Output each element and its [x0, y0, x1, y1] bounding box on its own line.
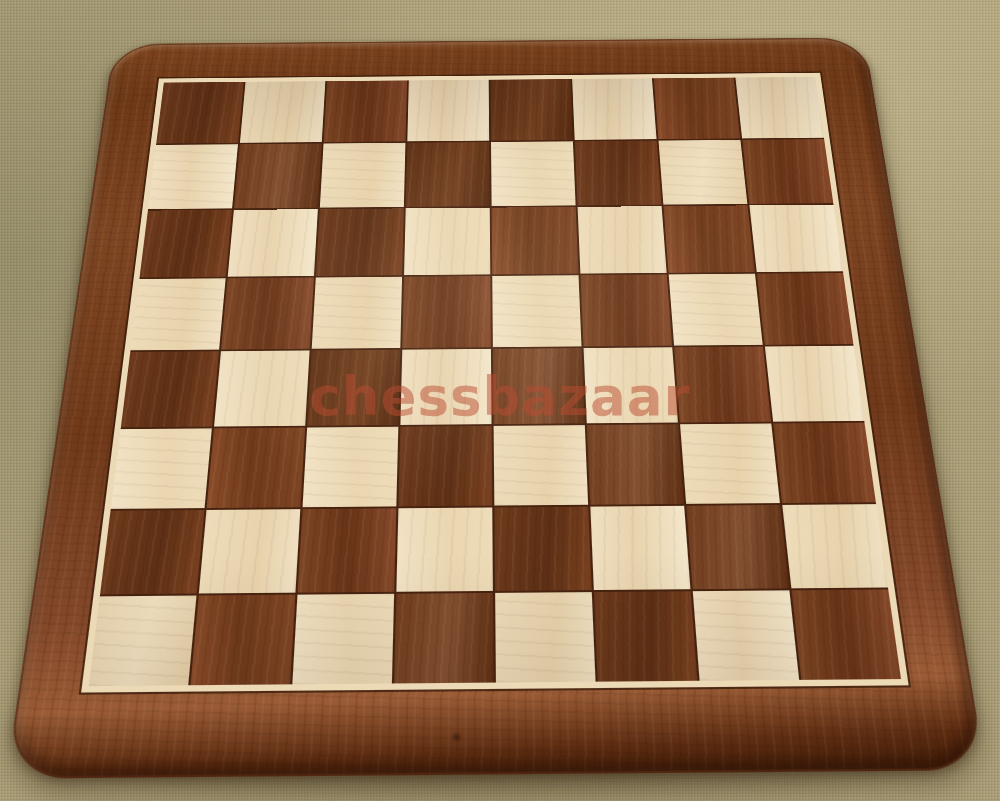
square-e6 [492, 207, 579, 275]
square-h8 [735, 77, 823, 138]
photo-background: chessbazaar [0, 0, 1000, 801]
square-d6 [404, 207, 490, 275]
square-c6 [316, 208, 404, 276]
board-perspective-wrapper [63, 0, 920, 788]
square-e1 [495, 592, 595, 682]
square-a3 [111, 428, 212, 508]
square-c3 [303, 427, 399, 507]
square-e3 [494, 425, 588, 505]
square-d2 [396, 507, 493, 592]
square-d4 [400, 349, 491, 425]
square-d1 [394, 593, 494, 683]
square-b7 [234, 143, 322, 208]
board-inlay-border [81, 73, 908, 693]
square-f1 [594, 591, 697, 681]
square-g2 [686, 504, 789, 589]
square-h3 [773, 422, 875, 502]
square-e4 [493, 348, 585, 424]
square-c1 [292, 594, 394, 684]
square-c2 [298, 508, 397, 593]
square-b5 [221, 278, 314, 350]
square-a2 [100, 510, 204, 595]
square-h2 [782, 504, 888, 589]
square-h7 [742, 139, 833, 204]
square-h5 [757, 273, 853, 345]
square-d3 [398, 426, 492, 506]
square-g6 [663, 205, 754, 273]
square-b1 [190, 595, 295, 685]
square-f8 [572, 78, 656, 139]
square-e5 [492, 275, 581, 347]
square-b2 [199, 509, 301, 594]
square-d7 [406, 142, 490, 207]
square-a7 [148, 144, 238, 209]
square-e8 [490, 79, 572, 140]
square-a1 [89, 596, 197, 686]
square-f2 [590, 505, 690, 590]
chess-board [6, 37, 986, 778]
square-c4 [307, 350, 400, 426]
square-c5 [312, 277, 402, 349]
square-f4 [584, 347, 678, 423]
square-c7 [320, 143, 406, 208]
square-g7 [658, 140, 747, 205]
square-f6 [578, 206, 667, 274]
square-f7 [575, 140, 662, 205]
square-d5 [402, 276, 491, 348]
square-e7 [491, 141, 576, 206]
square-b3 [207, 427, 305, 507]
square-f5 [580, 275, 672, 347]
square-b8 [240, 81, 325, 142]
square-h6 [749, 204, 843, 272]
square-b4 [214, 350, 310, 426]
square-g8 [654, 78, 740, 139]
square-g3 [680, 423, 780, 503]
square-g5 [669, 274, 763, 346]
board-grid [89, 77, 901, 686]
square-a5 [130, 278, 225, 350]
square-a6 [140, 210, 232, 278]
square-h1 [792, 590, 901, 680]
square-b6 [228, 209, 318, 277]
square-h4 [765, 346, 864, 422]
square-g4 [674, 346, 771, 422]
square-a8 [156, 82, 243, 143]
square-a4 [121, 351, 219, 427]
square-c8 [324, 80, 407, 141]
square-f3 [587, 424, 684, 504]
square-d8 [407, 80, 489, 141]
square-e2 [494, 506, 591, 591]
square-g1 [693, 591, 799, 681]
